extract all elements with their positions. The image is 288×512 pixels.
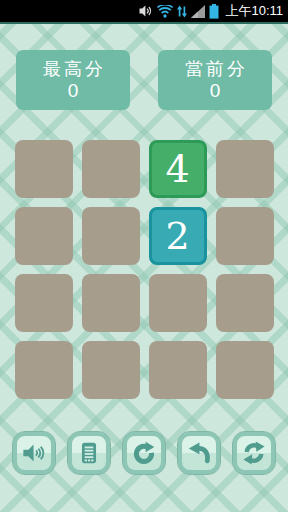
sync-icon — [241, 440, 267, 466]
speaker-icon — [21, 440, 47, 466]
empty-cell — [82, 274, 140, 332]
current-score-box: 當前分 0 — [158, 50, 272, 110]
sound-button[interactable] — [13, 432, 55, 474]
toolbar — [0, 432, 288, 474]
status-time: 上午10:11 — [225, 2, 283, 20]
best-score-value: 0 — [68, 81, 79, 100]
empty-cell — [216, 274, 274, 332]
data-up-down-arrows-icon — [177, 5, 187, 18]
empty-cell — [15, 341, 73, 399]
scores-button[interactable] — [68, 432, 110, 474]
list-icon — [76, 440, 102, 466]
wifi-icon — [157, 5, 173, 18]
tile-4: 4 — [149, 140, 207, 198]
signal-icon — [191, 5, 205, 18]
phone-screen: 上午10:11 最高分 0 當前分 0 42 — [0, 0, 288, 512]
empty-cell — [216, 140, 274, 198]
empty-cell — [15, 274, 73, 332]
status-bar: 上午10:11 — [0, 0, 288, 22]
refresh-icon — [131, 440, 157, 466]
shuffle-button[interactable] — [233, 432, 275, 474]
best-score-box: 最高分 0 — [16, 50, 130, 110]
empty-cell — [149, 341, 207, 399]
score-row: 最高分 0 當前分 0 — [0, 50, 288, 110]
empty-cell — [216, 207, 274, 265]
board[interactable]: 42 — [0, 140, 288, 399]
game-screen: 最高分 0 當前分 0 42 — [0, 22, 288, 512]
empty-cell — [82, 207, 140, 265]
best-score-label: 最高分 — [40, 60, 106, 78]
undo-arrow-icon — [186, 440, 212, 466]
restart-button[interactable] — [123, 432, 165, 474]
empty-cell — [82, 140, 140, 198]
current-score-label: 當前分 — [182, 60, 248, 78]
empty-cell — [216, 341, 274, 399]
volume-icon — [139, 4, 153, 18]
empty-cell — [82, 341, 140, 399]
current-score-value: 0 — [210, 81, 221, 100]
tile-2: 2 — [149, 207, 207, 265]
empty-cell — [149, 274, 207, 332]
empty-cell — [15, 207, 73, 265]
battery-icon — [209, 4, 219, 19]
empty-cell — [15, 140, 73, 198]
undo-button[interactable] — [178, 432, 220, 474]
